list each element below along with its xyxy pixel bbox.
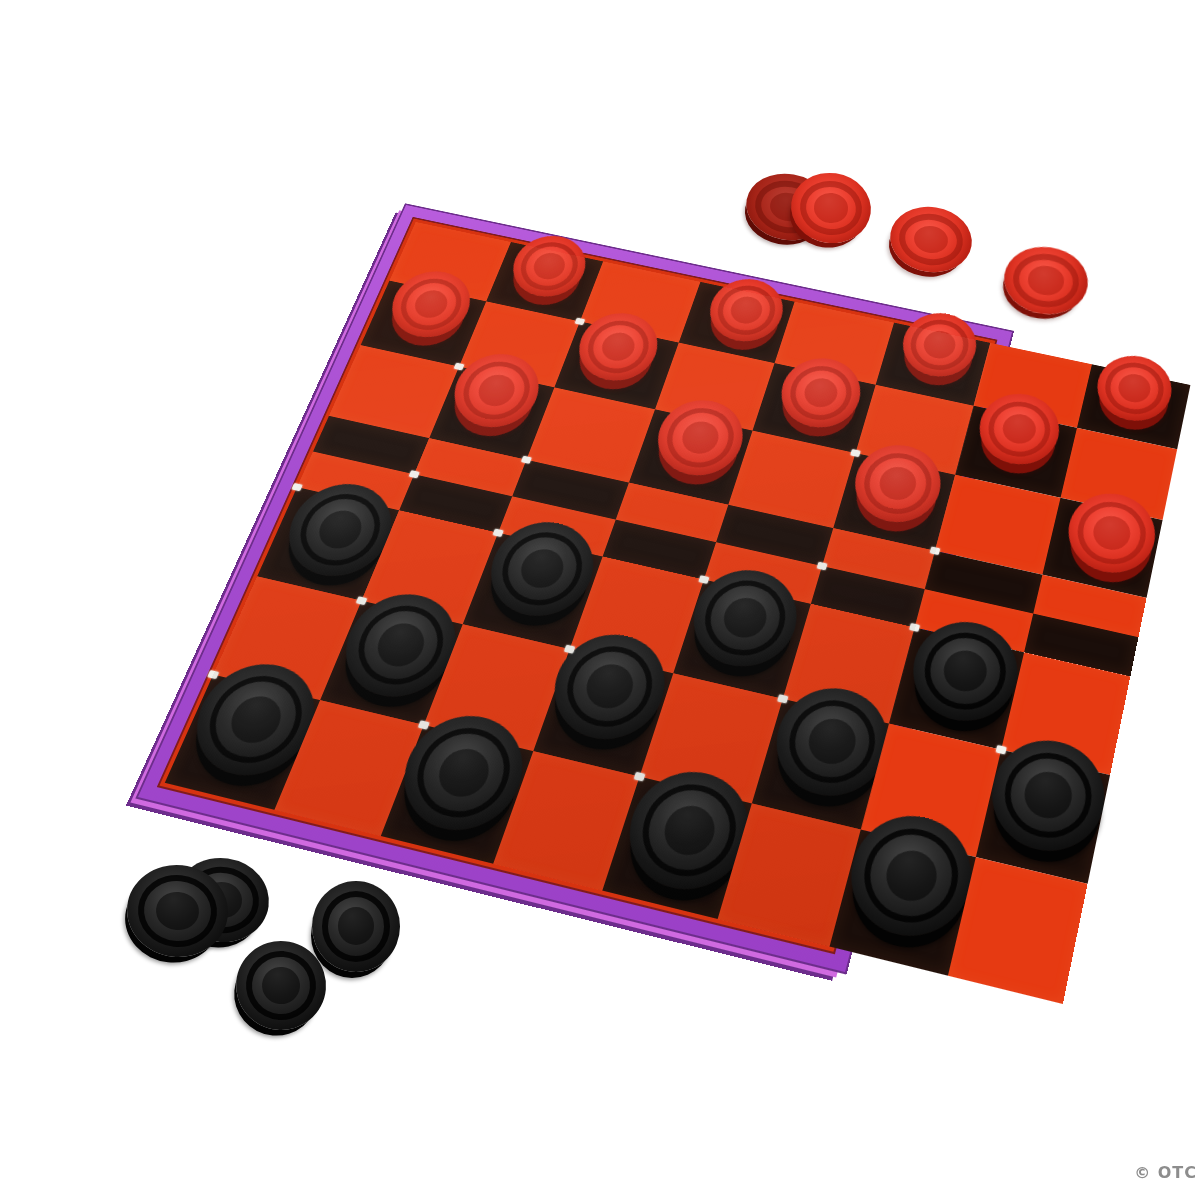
spare-black-right[interactable] xyxy=(312,881,400,972)
watermark: © OTC xyxy=(1134,1163,1197,1182)
red-checker[interactable] xyxy=(701,273,791,348)
glare-speck xyxy=(207,670,219,679)
product-photo-scene: © OTC xyxy=(0,0,1200,1200)
board-grid xyxy=(165,222,991,947)
red-checker[interactable] xyxy=(895,307,984,384)
spare-black-bottom[interactable] xyxy=(232,937,329,1034)
red-checker[interactable] xyxy=(1091,349,1178,428)
spare-red-right[interactable] xyxy=(1000,241,1093,319)
glare-speck xyxy=(291,483,302,491)
red-checker[interactable] xyxy=(503,230,595,304)
spare-red-middle[interactable] xyxy=(885,200,976,277)
checkers-board xyxy=(138,205,1012,972)
board-margin xyxy=(157,217,998,954)
